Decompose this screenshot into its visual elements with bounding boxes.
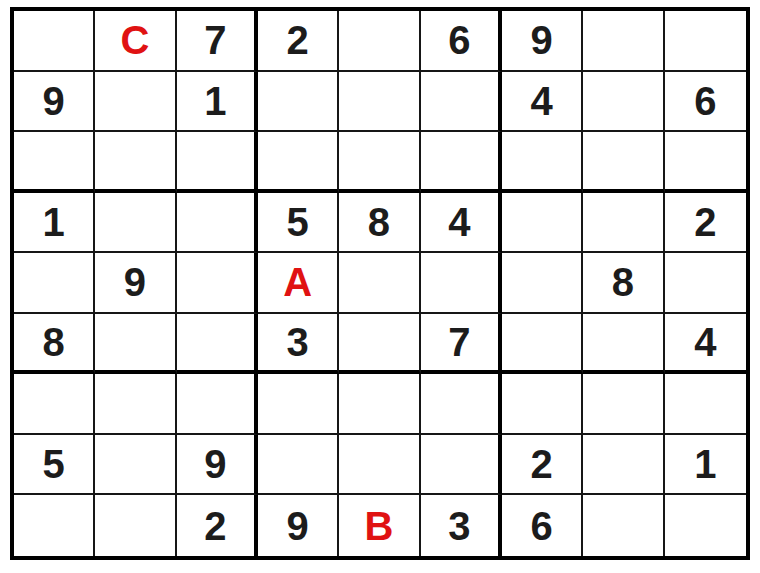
given-digit: 2 xyxy=(531,444,553,484)
cell-r3c7[interactable] xyxy=(502,132,583,193)
given-digit: 8 xyxy=(43,322,65,362)
cell-r4c4[interactable]: 5 xyxy=(258,193,339,254)
cell-r1c8[interactable] xyxy=(583,11,664,72)
cell-r7c1[interactable] xyxy=(14,374,95,435)
cell-r5c5[interactable] xyxy=(339,253,420,314)
given-digit: 4 xyxy=(694,322,716,362)
cell-r9c3[interactable]: 2 xyxy=(177,495,258,556)
given-digit: 6 xyxy=(694,81,716,121)
given-digit: 2 xyxy=(287,20,309,60)
cell-r3c6[interactable] xyxy=(421,132,502,193)
red-letter-B: B xyxy=(365,506,394,546)
cell-r9c8[interactable] xyxy=(583,495,664,556)
cell-r2c8[interactable] xyxy=(583,72,664,133)
cell-r7c2[interactable] xyxy=(95,374,176,435)
cell-r1c9[interactable] xyxy=(665,11,746,72)
cell-r5c4[interactable]: A xyxy=(258,253,339,314)
cell-r3c5[interactable] xyxy=(339,132,420,193)
cell-r8c1[interactable]: 5 xyxy=(14,435,95,496)
red-letter-A: A xyxy=(283,262,312,302)
cell-r6c2[interactable] xyxy=(95,314,176,375)
cell-r6c6[interactable]: 7 xyxy=(421,314,502,375)
cell-r9c1[interactable] xyxy=(14,495,95,556)
cell-r1c1[interactable] xyxy=(14,11,95,72)
cell-r6c9[interactable]: 4 xyxy=(665,314,746,375)
given-digit: 3 xyxy=(287,322,309,362)
given-digit: 9 xyxy=(124,262,146,302)
cell-r5c7[interactable] xyxy=(502,253,583,314)
cell-r7c4[interactable] xyxy=(258,374,339,435)
cell-r4c3[interactable] xyxy=(177,193,258,254)
cell-r4c2[interactable] xyxy=(95,193,176,254)
cell-r1c3[interactable]: 7 xyxy=(177,11,258,72)
cell-r2c1[interactable]: 9 xyxy=(14,72,95,133)
cell-r7c7[interactable] xyxy=(502,374,583,435)
given-digit: 1 xyxy=(43,202,65,242)
sudoku-board-frame: C72699146158429A88374592129B36 xyxy=(10,7,750,560)
given-digit: 7 xyxy=(204,20,226,60)
cell-r8c3[interactable]: 9 xyxy=(177,435,258,496)
given-digit: 4 xyxy=(448,202,470,242)
cell-r1c5[interactable] xyxy=(339,11,420,72)
cell-r8c5[interactable] xyxy=(339,435,420,496)
cell-r3c4[interactable] xyxy=(258,132,339,193)
cell-r8c9[interactable]: 1 xyxy=(665,435,746,496)
cell-r5c6[interactable] xyxy=(421,253,502,314)
cell-r9c9[interactable] xyxy=(665,495,746,556)
red-letter-C: C xyxy=(121,20,150,60)
given-digit: 9 xyxy=(287,506,309,546)
cell-r1c4[interactable]: 2 xyxy=(258,11,339,72)
cell-r8c2[interactable] xyxy=(95,435,176,496)
cell-r2c3[interactable]: 1 xyxy=(177,72,258,133)
given-digit: 9 xyxy=(531,20,553,60)
cell-r5c3[interactable] xyxy=(177,253,258,314)
cell-r9c7[interactable]: 6 xyxy=(502,495,583,556)
given-digit: 8 xyxy=(612,262,634,302)
cell-r1c6[interactable]: 6 xyxy=(421,11,502,72)
cell-r7c8[interactable] xyxy=(583,374,664,435)
cell-r2c6[interactable] xyxy=(421,72,502,133)
cell-r3c8[interactable] xyxy=(583,132,664,193)
given-digit: 5 xyxy=(43,444,65,484)
cell-r3c9[interactable] xyxy=(665,132,746,193)
cell-r6c1[interactable]: 8 xyxy=(14,314,95,375)
cell-r2c9[interactable]: 6 xyxy=(665,72,746,133)
cell-r9c2[interactable] xyxy=(95,495,176,556)
given-digit: 9 xyxy=(43,81,65,121)
cell-r3c3[interactable] xyxy=(177,132,258,193)
cell-r5c1[interactable] xyxy=(14,253,95,314)
cell-r9c6[interactable]: 3 xyxy=(421,495,502,556)
given-digit: 1 xyxy=(694,444,716,484)
cell-r8c7[interactable]: 2 xyxy=(502,435,583,496)
cell-r4c6[interactable]: 4 xyxy=(421,193,502,254)
given-digit: 4 xyxy=(531,81,553,121)
cell-r9c5[interactable]: B xyxy=(339,495,420,556)
cell-r2c7[interactable]: 4 xyxy=(502,72,583,133)
given-digit: 5 xyxy=(287,202,309,242)
cell-r5c9[interactable] xyxy=(665,253,746,314)
cell-r4c1[interactable]: 1 xyxy=(14,193,95,254)
given-digit: 8 xyxy=(368,202,390,242)
cell-r2c2[interactable] xyxy=(95,72,176,133)
cell-r9c4[interactable]: 9 xyxy=(258,495,339,556)
cell-r6c5[interactable] xyxy=(339,314,420,375)
cell-r6c4[interactable]: 3 xyxy=(258,314,339,375)
cell-r6c8[interactable] xyxy=(583,314,664,375)
cell-r8c6[interactable] xyxy=(421,435,502,496)
cell-r8c8[interactable] xyxy=(583,435,664,496)
cell-r7c6[interactable] xyxy=(421,374,502,435)
cell-r7c5[interactable] xyxy=(339,374,420,435)
cell-r2c5[interactable] xyxy=(339,72,420,133)
cell-r5c2[interactable]: 9 xyxy=(95,253,176,314)
cell-r3c1[interactable] xyxy=(14,132,95,193)
cell-r1c7[interactable]: 9 xyxy=(502,11,583,72)
cell-r4c5[interactable]: 8 xyxy=(339,193,420,254)
given-digit: 3 xyxy=(448,506,470,546)
cell-r7c3[interactable] xyxy=(177,374,258,435)
cell-r7c9[interactable] xyxy=(665,374,746,435)
given-digit: 2 xyxy=(204,506,226,546)
cell-r4c9[interactable]: 2 xyxy=(665,193,746,254)
cell-r6c3[interactable] xyxy=(177,314,258,375)
given-digit: 7 xyxy=(448,322,470,362)
cell-r2c4[interactable] xyxy=(258,72,339,133)
given-digit: 1 xyxy=(204,81,226,121)
cell-r1c2[interactable]: C xyxy=(95,11,176,72)
given-digit: 2 xyxy=(694,202,716,242)
given-digit: 9 xyxy=(204,444,226,484)
cell-r8c4[interactable] xyxy=(258,435,339,496)
cell-r6c7[interactable] xyxy=(502,314,583,375)
sudoku-board: C72699146158429A88374592129B36 xyxy=(14,11,746,556)
cell-r4c8[interactable] xyxy=(583,193,664,254)
cell-r3c2[interactable] xyxy=(95,132,176,193)
cell-r5c8[interactable]: 8 xyxy=(583,253,664,314)
given-digit: 6 xyxy=(531,506,553,546)
given-digit: 6 xyxy=(448,20,470,60)
cell-r4c7[interactable] xyxy=(502,193,583,254)
